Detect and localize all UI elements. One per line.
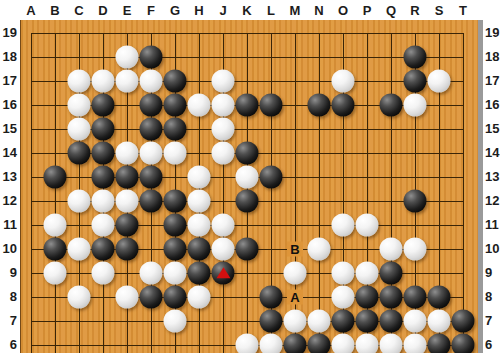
column-label: S: [429, 3, 449, 18]
row-label: 15: [0, 121, 17, 137]
stone-white[interactable]: [44, 262, 67, 285]
row-label: 18: [485, 49, 500, 65]
column-label: K: [237, 3, 257, 18]
stone-white[interactable]: [68, 70, 91, 93]
stone-white[interactable]: [92, 214, 115, 237]
row-label: 6: [485, 337, 500, 353]
row-label: 8: [0, 289, 17, 305]
row-label: 11: [0, 217, 17, 233]
row-label: 13: [0, 169, 17, 185]
stone-white[interactable]: [68, 238, 91, 261]
row-label: 19: [485, 25, 500, 41]
stone-white[interactable]: [284, 262, 307, 285]
stone-white[interactable]: [68, 190, 91, 213]
stone-black[interactable]: [308, 94, 331, 117]
row-label: 17: [485, 73, 500, 89]
stone-white[interactable]: [356, 214, 379, 237]
stone-black[interactable]: [404, 46, 427, 69]
row-label: 13: [485, 169, 500, 185]
stone-black[interactable]: [404, 286, 427, 309]
stone-white[interactable]: [164, 262, 187, 285]
stone-white[interactable]: [116, 286, 139, 309]
stone-black[interactable]: [140, 166, 163, 189]
stone-black[interactable]: [356, 286, 379, 309]
stone-white[interactable]: [68, 286, 91, 309]
stone-black[interactable]: [308, 334, 331, 353]
stone-white[interactable]: [332, 70, 355, 93]
stone-white[interactable]: [260, 334, 283, 353]
column-label: H: [189, 3, 209, 18]
row-label: 10: [485, 241, 500, 257]
stone-black[interactable]: [284, 334, 307, 353]
column-label: P: [357, 3, 377, 18]
column-label: Q: [381, 3, 401, 18]
stone-black[interactable]: [356, 310, 379, 333]
stone-white[interactable]: [356, 262, 379, 285]
row-label: 19: [0, 25, 17, 41]
row-label: 11: [485, 217, 500, 233]
stone-white[interactable]: [116, 190, 139, 213]
stone-white[interactable]: [92, 70, 115, 93]
stone-white[interactable]: [308, 238, 331, 261]
stone-black[interactable]: [44, 238, 67, 261]
row-label: 8: [485, 289, 500, 305]
stone-black[interactable]: [140, 94, 163, 117]
column-label: E: [117, 3, 137, 18]
stone-white[interactable]: [236, 166, 259, 189]
column-label: O: [333, 3, 353, 18]
stone-black[interactable]: [92, 142, 115, 165]
annotation-letter-A: A: [287, 290, 303, 305]
stone-white[interactable]: [68, 118, 91, 141]
stone-white[interactable]: [284, 310, 307, 333]
stone-white[interactable]: [380, 334, 403, 353]
column-label: J: [213, 3, 233, 18]
stone-black[interactable]: [164, 94, 187, 117]
stone-black[interactable]: [68, 142, 91, 165]
column-label: A: [21, 3, 41, 18]
last-move-triangle-marker: [216, 267, 230, 278]
stone-white[interactable]: [332, 214, 355, 237]
stone-white[interactable]: [332, 262, 355, 285]
stone-white[interactable]: [212, 70, 235, 93]
stone-white[interactable]: [236, 334, 259, 353]
stone-white[interactable]: [212, 142, 235, 165]
stone-black[interactable]: [116, 238, 139, 261]
stone-black[interactable]: [164, 238, 187, 261]
row-label: 7: [485, 313, 500, 329]
stone-white[interactable]: [188, 214, 211, 237]
stone-black[interactable]: [188, 262, 211, 285]
column-label: B: [45, 3, 65, 18]
stone-white[interactable]: [212, 214, 235, 237]
stone-black[interactable]: [164, 70, 187, 93]
stone-white[interactable]: [116, 142, 139, 165]
row-label: 9: [485, 265, 500, 281]
stone-black[interactable]: [92, 118, 115, 141]
row-label: 7: [0, 313, 17, 329]
stone-white[interactable]: [116, 70, 139, 93]
stone-white[interactable]: [212, 118, 235, 141]
stone-white[interactable]: [428, 310, 451, 333]
stone-white[interactable]: [212, 94, 235, 117]
stone-black[interactable]: [164, 190, 187, 213]
stone-black[interactable]: [428, 334, 451, 353]
column-label: T: [453, 3, 473, 18]
stone-white[interactable]: [404, 238, 427, 261]
stone-black[interactable]: [212, 262, 235, 285]
stone-black[interactable]: [404, 70, 427, 93]
stone-white[interactable]: [380, 238, 403, 261]
stone-black[interactable]: [164, 118, 187, 141]
stone-white[interactable]: [188, 286, 211, 309]
stone-white[interactable]: [212, 238, 235, 261]
stone-white[interactable]: [44, 214, 67, 237]
stone-white[interactable]: [164, 142, 187, 165]
stone-white[interactable]: [92, 190, 115, 213]
row-label: 6: [0, 337, 17, 353]
stone-black[interactable]: [380, 94, 403, 117]
stone-black[interactable]: [260, 166, 283, 189]
row-label: 16: [0, 97, 17, 113]
stone-black[interactable]: [404, 190, 427, 213]
stone-black[interactable]: [164, 214, 187, 237]
stone-white[interactable]: [188, 190, 211, 213]
stone-black[interactable]: [236, 94, 259, 117]
stone-white[interactable]: [92, 262, 115, 285]
grid-line-horizontal: [31, 33, 464, 34]
row-label: 18: [0, 49, 17, 65]
column-coordinate-strip: ABCDEFGHJKLMNOPQRST: [0, 0, 500, 20]
stone-white[interactable]: [188, 94, 211, 117]
stone-black[interactable]: [236, 238, 259, 261]
stone-white[interactable]: [140, 142, 163, 165]
column-label: R: [405, 3, 425, 18]
stone-white[interactable]: [404, 94, 427, 117]
stone-black[interactable]: [428, 286, 451, 309]
stone-black[interactable]: [380, 262, 403, 285]
stone-white[interactable]: [164, 310, 187, 333]
stone-black[interactable]: [116, 166, 139, 189]
stone-black[interactable]: [188, 238, 211, 261]
stone-black[interactable]: [92, 238, 115, 261]
stone-black[interactable]: [140, 286, 163, 309]
row-label: 17: [0, 73, 17, 89]
row-label: 12: [485, 193, 500, 209]
column-label: N: [309, 3, 329, 18]
stone-black[interactable]: [236, 142, 259, 165]
stone-black[interactable]: [332, 310, 355, 333]
row-label: 16: [485, 97, 500, 113]
stone-white[interactable]: [68, 94, 91, 117]
column-label: M: [285, 3, 305, 18]
stone-white[interactable]: [116, 46, 139, 69]
stone-white[interactable]: [140, 262, 163, 285]
stone-black[interactable]: [236, 190, 259, 213]
stone-white[interactable]: [404, 310, 427, 333]
column-label: F: [141, 3, 161, 18]
stone-white[interactable]: [428, 70, 451, 93]
row-label: 10: [0, 241, 17, 257]
row-label: 9: [0, 265, 17, 281]
stone-black[interactable]: [92, 166, 115, 189]
row-label: 14: [0, 145, 17, 161]
stone-white[interactable]: [140, 70, 163, 93]
stone-black[interactable]: [140, 118, 163, 141]
column-label: D: [93, 3, 113, 18]
grid-line-horizontal: [31, 57, 464, 58]
stone-white[interactable]: [332, 334, 355, 353]
column-label: G: [165, 3, 185, 18]
stone-black[interactable]: [116, 214, 139, 237]
stone-black[interactable]: [380, 286, 403, 309]
row-label: 12: [0, 193, 17, 209]
stone-black[interactable]: [92, 94, 115, 117]
column-label: C: [69, 3, 89, 18]
stone-black[interactable]: [332, 94, 355, 117]
stone-black[interactable]: [140, 190, 163, 213]
stone-black[interactable]: [380, 310, 403, 333]
stone-black[interactable]: [260, 286, 283, 309]
stone-black[interactable]: [260, 310, 283, 333]
stone-white[interactable]: [332, 286, 355, 309]
stone-white[interactable]: [404, 334, 427, 353]
go-board-app: ABCDEFGHJKLMNOPQRST BA 19191818171716161…: [0, 0, 500, 353]
stone-white[interactable]: [308, 310, 331, 333]
row-label: 14: [485, 145, 500, 161]
stone-black[interactable]: [260, 94, 283, 117]
stone-black[interactable]: [452, 310, 475, 333]
row-label: 15: [485, 121, 500, 137]
stone-white[interactable]: [188, 166, 211, 189]
stone-black[interactable]: [140, 46, 163, 69]
stone-black[interactable]: [452, 334, 475, 353]
stone-white[interactable]: [356, 334, 379, 353]
annotation-letter-B: B: [287, 242, 303, 257]
column-label: L: [261, 3, 281, 18]
stone-black[interactable]: [164, 286, 187, 309]
stone-black[interactable]: [44, 166, 67, 189]
